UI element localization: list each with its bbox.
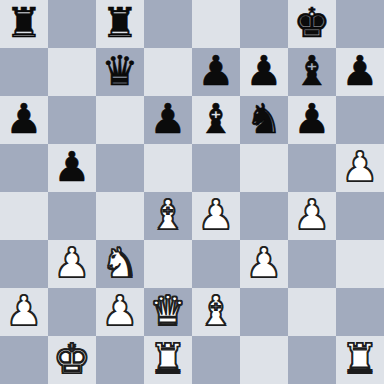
piece-white-knight[interactable]: ♞ — [102, 239, 139, 287]
square-c2[interactable]: ♟ — [96, 288, 144, 336]
square-b7[interactable] — [48, 48, 96, 96]
square-f3[interactable]: ♟ — [240, 240, 288, 288]
square-e6[interactable]: ♝ — [192, 96, 240, 144]
square-g8[interactable]: ♚ — [288, 0, 336, 48]
square-b5[interactable]: ♟ — [48, 144, 96, 192]
square-d7[interactable] — [144, 48, 192, 96]
square-c3[interactable]: ♞ — [96, 240, 144, 288]
piece-white-rook[interactable]: ♜ — [342, 335, 379, 383]
square-b1[interactable]: ♚ — [48, 336, 96, 384]
square-c7[interactable]: ♛ — [96, 48, 144, 96]
piece-white-king[interactable]: ♚ — [54, 335, 91, 383]
square-c1[interactable] — [96, 336, 144, 384]
piece-black-bishop[interactable]: ♝ — [198, 95, 235, 143]
square-a1[interactable] — [0, 336, 48, 384]
piece-black-king[interactable]: ♚ — [294, 0, 331, 47]
square-a6[interactable]: ♟ — [0, 96, 48, 144]
piece-white-pawn[interactable]: ♟ — [54, 239, 91, 287]
square-f2[interactable] — [240, 288, 288, 336]
square-f7[interactable]: ♟ — [240, 48, 288, 96]
square-d5[interactable] — [144, 144, 192, 192]
square-e3[interactable] — [192, 240, 240, 288]
square-a8[interactable]: ♜ — [0, 0, 48, 48]
piece-black-pawn[interactable]: ♟ — [246, 47, 283, 95]
square-h6[interactable] — [336, 96, 384, 144]
square-a4[interactable] — [0, 192, 48, 240]
square-f1[interactable] — [240, 336, 288, 384]
square-h4[interactable] — [336, 192, 384, 240]
piece-black-rook[interactable]: ♜ — [102, 0, 139, 47]
square-d4[interactable]: ♝ — [144, 192, 192, 240]
square-g5[interactable] — [288, 144, 336, 192]
square-c4[interactable] — [96, 192, 144, 240]
piece-black-pawn[interactable]: ♟ — [150, 95, 187, 143]
chess-board: ♜♜♚♛♟♟♝♟♟♟♝♞♟♟♟♝♟♟♟♞♟♟♟♛♝♚♜♜ — [0, 0, 384, 384]
square-e2[interactable]: ♝ — [192, 288, 240, 336]
square-h3[interactable] — [336, 240, 384, 288]
square-e1[interactable] — [192, 336, 240, 384]
piece-black-rook[interactable]: ♜ — [6, 0, 43, 47]
piece-black-pawn[interactable]: ♟ — [6, 95, 43, 143]
square-a5[interactable] — [0, 144, 48, 192]
piece-white-pawn[interactable]: ♟ — [102, 287, 139, 335]
square-d3[interactable] — [144, 240, 192, 288]
piece-white-rook[interactable]: ♜ — [150, 335, 187, 383]
piece-black-pawn[interactable]: ♟ — [294, 95, 331, 143]
piece-white-pawn[interactable]: ♟ — [294, 191, 331, 239]
square-g4[interactable]: ♟ — [288, 192, 336, 240]
piece-white-pawn[interactable]: ♟ — [246, 239, 283, 287]
piece-black-queen[interactable]: ♛ — [102, 47, 139, 95]
square-f5[interactable] — [240, 144, 288, 192]
square-h2[interactable] — [336, 288, 384, 336]
square-a2[interactable]: ♟ — [0, 288, 48, 336]
square-a7[interactable] — [0, 48, 48, 96]
square-d2[interactable]: ♛ — [144, 288, 192, 336]
piece-white-pawn[interactable]: ♟ — [198, 191, 235, 239]
square-h1[interactable]: ♜ — [336, 336, 384, 384]
square-g6[interactable]: ♟ — [288, 96, 336, 144]
piece-white-bishop[interactable]: ♝ — [198, 287, 235, 335]
square-b8[interactable] — [48, 0, 96, 48]
piece-white-pawn[interactable]: ♟ — [342, 143, 379, 191]
square-c6[interactable] — [96, 96, 144, 144]
square-e7[interactable]: ♟ — [192, 48, 240, 96]
square-h5[interactable]: ♟ — [336, 144, 384, 192]
square-g7[interactable]: ♝ — [288, 48, 336, 96]
piece-white-queen[interactable]: ♛ — [150, 287, 187, 335]
square-g1[interactable] — [288, 336, 336, 384]
piece-black-bishop[interactable]: ♝ — [294, 47, 331, 95]
square-b2[interactable] — [48, 288, 96, 336]
square-a3[interactable] — [0, 240, 48, 288]
square-h8[interactable] — [336, 0, 384, 48]
square-d1[interactable]: ♜ — [144, 336, 192, 384]
square-e5[interactable] — [192, 144, 240, 192]
piece-black-knight[interactable]: ♞ — [246, 95, 283, 143]
square-f4[interactable] — [240, 192, 288, 240]
square-g2[interactable] — [288, 288, 336, 336]
square-b4[interactable] — [48, 192, 96, 240]
square-e4[interactable]: ♟ — [192, 192, 240, 240]
piece-black-pawn[interactable]: ♟ — [342, 47, 379, 95]
square-c8[interactable]: ♜ — [96, 0, 144, 48]
piece-black-pawn[interactable]: ♟ — [54, 143, 91, 191]
square-f8[interactable] — [240, 0, 288, 48]
square-g3[interactable] — [288, 240, 336, 288]
square-h7[interactable]: ♟ — [336, 48, 384, 96]
square-f6[interactable]: ♞ — [240, 96, 288, 144]
piece-white-pawn[interactable]: ♟ — [6, 287, 43, 335]
square-d6[interactable]: ♟ — [144, 96, 192, 144]
square-d8[interactable] — [144, 0, 192, 48]
piece-black-pawn[interactable]: ♟ — [198, 47, 235, 95]
square-c5[interactable] — [96, 144, 144, 192]
square-b3[interactable]: ♟ — [48, 240, 96, 288]
piece-white-bishop[interactable]: ♝ — [150, 191, 187, 239]
square-e8[interactable] — [192, 0, 240, 48]
square-b6[interactable] — [48, 96, 96, 144]
